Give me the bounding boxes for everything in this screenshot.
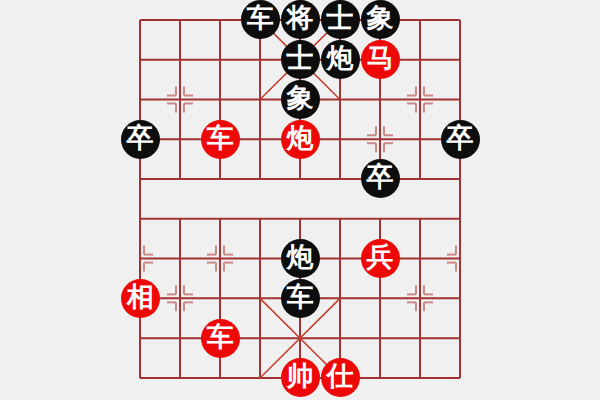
intersection-f1r7 (160, 278, 200, 318)
intersection-f1r3 (160, 119, 200, 159)
intersection-f0r2 (120, 80, 160, 120)
intersection-f8r9 (440, 358, 480, 398)
piece-red-soldier[interactable]: 兵 (361, 239, 400, 278)
intersection-f8r4 (440, 159, 480, 199)
intersection-f6r1: 马 (360, 40, 400, 80)
piece-black-advisor[interactable]: 士 (321, 0, 360, 39)
intersection-f2r4 (200, 159, 240, 199)
intersection-f6r0: 象 (360, 0, 400, 40)
intersection-f4r5 (280, 199, 320, 239)
intersection-f6r6: 兵 (360, 239, 400, 279)
piece-black-soldier[interactable]: 卒 (441, 120, 480, 159)
intersection-f4r0: 将 (280, 0, 320, 40)
intersection-f5r4 (320, 159, 360, 199)
piece-red-general[interactable]: 帅 (281, 358, 320, 397)
intersection-f8r5 (440, 199, 480, 239)
piece-red-chariot[interactable]: 车 (201, 120, 240, 159)
intersection-f5r6 (320, 239, 360, 279)
intersection-f4r2: 象 (280, 80, 320, 120)
intersection-f1r0 (160, 0, 200, 40)
piece-black-general[interactable]: 将 (281, 0, 320, 39)
intersection-f7r1 (400, 40, 440, 80)
intersection-f5r2 (320, 80, 360, 120)
intersection-f4r3: 炮 (280, 119, 320, 159)
piece-black-cannon[interactable]: 炮 (321, 40, 360, 79)
intersection-f6r8 (360, 318, 400, 358)
intersection-f6r5 (360, 199, 400, 239)
intersection-f5r0: 士 (320, 0, 360, 40)
intersection-f2r1 (200, 40, 240, 80)
intersection-f3r5 (240, 199, 280, 239)
intersection-f3r4 (240, 159, 280, 199)
intersection-f2r5 (200, 199, 240, 239)
intersection-f2r8: 车 (200, 318, 240, 358)
piece-black-advisor[interactable]: 士 (281, 40, 320, 79)
intersection-f4r4 (280, 159, 320, 199)
intersection-f3r2 (240, 80, 280, 120)
intersection-f5r7 (320, 278, 360, 318)
intersection-f1r8 (160, 318, 200, 358)
board-intersections: 车将士象士炮马象卒车炮卒卒炮兵相车车帅仕 (120, 0, 480, 398)
intersection-f8r6 (440, 239, 480, 279)
intersection-f0r0 (120, 0, 160, 40)
intersection-f3r8 (240, 318, 280, 358)
intersection-f8r1 (440, 40, 480, 80)
piece-red-advisor[interactable]: 仕 (321, 358, 360, 397)
intersection-f0r5 (120, 199, 160, 239)
intersection-f7r2 (400, 80, 440, 120)
piece-black-chariot[interactable]: 车 (281, 279, 320, 318)
intersection-f5r1: 炮 (320, 40, 360, 80)
intersection-f7r4 (400, 159, 440, 199)
piece-black-soldier[interactable]: 卒 (361, 159, 400, 198)
intersection-f1r6 (160, 239, 200, 279)
intersection-f2r2 (200, 80, 240, 120)
intersection-f6r4: 卒 (360, 159, 400, 199)
intersection-f5r3 (320, 119, 360, 159)
piece-red-horse[interactable]: 马 (361, 40, 400, 79)
intersection-f0r3: 卒 (120, 119, 160, 159)
intersection-f3r7 (240, 278, 280, 318)
intersection-f7r9 (400, 358, 440, 398)
intersection-f0r7: 相 (120, 278, 160, 318)
intersection-f4r8 (280, 318, 320, 358)
intersection-f0r4 (120, 159, 160, 199)
xiangqi-screenshot-root: 车将士象士炮马象卒车炮卒卒炮兵相车车帅仕 (0, 0, 600, 400)
intersection-f4r7: 车 (280, 278, 320, 318)
intersection-f2r7 (200, 278, 240, 318)
intersection-f3r6 (240, 239, 280, 279)
intersection-f1r4 (160, 159, 200, 199)
intersection-f7r3 (400, 119, 440, 159)
piece-black-chariot[interactable]: 车 (241, 0, 280, 39)
intersection-f6r2 (360, 80, 400, 120)
intersection-f3r9 (240, 358, 280, 398)
intersection-f4r6: 炮 (280, 239, 320, 279)
intersection-f5r8 (320, 318, 360, 358)
intersection-f5r5 (320, 199, 360, 239)
piece-black-cannon[interactable]: 炮 (281, 239, 320, 278)
intersection-f7r7 (400, 278, 440, 318)
intersection-f4r1: 士 (280, 40, 320, 80)
intersection-f2r9 (200, 358, 240, 398)
intersection-f0r8 (120, 318, 160, 358)
intersection-f2r0 (200, 0, 240, 40)
intersection-f3r1 (240, 40, 280, 80)
piece-black-soldier[interactable]: 卒 (121, 120, 160, 159)
intersection-f7r6 (400, 239, 440, 279)
intersection-f8r7 (440, 278, 480, 318)
intersection-f3r3 (240, 119, 280, 159)
intersection-f4r9: 帅 (280, 358, 320, 398)
intersection-f3r0: 车 (240, 0, 280, 40)
piece-red-cannon[interactable]: 炮 (281, 120, 320, 159)
intersection-f8r3: 卒 (440, 119, 480, 159)
intersection-f8r2 (440, 80, 480, 120)
intersection-f8r0 (440, 0, 480, 40)
intersection-f0r6 (120, 239, 160, 279)
intersection-f6r9 (360, 358, 400, 398)
intersection-f1r2 (160, 80, 200, 120)
intersection-f5r9: 仕 (320, 358, 360, 398)
intersection-f2r6 (200, 239, 240, 279)
intersection-f7r8 (400, 318, 440, 358)
intersection-f6r3 (360, 119, 400, 159)
intersection-f1r9 (160, 358, 200, 398)
intersection-f0r9 (120, 358, 160, 398)
intersection-f2r3: 车 (200, 119, 240, 159)
xiangqi-board: 车将士象士炮马象卒车炮卒卒炮兵相车车帅仕 (0, 0, 600, 400)
piece-black-elephant[interactable]: 象 (361, 0, 400, 39)
intersection-f1r1 (160, 40, 200, 80)
piece-black-elephant[interactable]: 象 (281, 80, 320, 119)
piece-red-elephant[interactable]: 相 (121, 279, 160, 318)
intersection-f6r7 (360, 278, 400, 318)
intersection-f0r1 (120, 40, 160, 80)
intersection-f7r5 (400, 199, 440, 239)
intersection-f7r0 (400, 0, 440, 40)
piece-red-chariot[interactable]: 车 (201, 319, 240, 358)
intersection-f1r5 (160, 199, 200, 239)
intersection-f8r8 (440, 318, 480, 358)
